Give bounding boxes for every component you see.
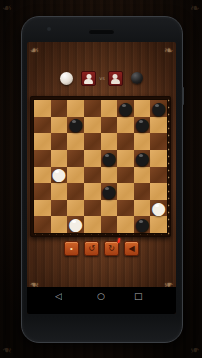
- board-square[interactable]: ●: [51, 167, 68, 184]
- board-square[interactable]: [117, 167, 134, 184]
- earpiece-speaker: [89, 29, 114, 34]
- board-square[interactable]: [84, 117, 101, 134]
- wallpaper-ornament-icon: ❧: [190, 2, 200, 14]
- board-square[interactable]: [150, 150, 167, 167]
- board-square[interactable]: [67, 133, 84, 150]
- black-piece[interactable]: ●: [152, 102, 165, 115]
- board-square[interactable]: [51, 183, 68, 200]
- board-square[interactable]: [34, 100, 51, 117]
- screen-corner-ornament-icon: ❧: [164, 45, 173, 56]
- undo-button[interactable]: ↺: [84, 241, 99, 256]
- control-button-row: •↺↻◀: [27, 241, 176, 256]
- board-square[interactable]: ●: [101, 150, 118, 167]
- phone-frame: ❧ ❧ ❧ ❧ vs ●●●●●●●●●●● •↺↻◀ ◁: [21, 16, 183, 343]
- notification-badge: [117, 238, 120, 243]
- board-square[interactable]: ●: [150, 200, 167, 217]
- black-piece[interactable]: ●: [136, 152, 149, 165]
- board-square[interactable]: [101, 117, 118, 134]
- nav-back-icon[interactable]: ◁: [55, 292, 62, 301]
- player2-person-icon: [113, 74, 118, 79]
- board-square[interactable]: [67, 167, 84, 184]
- piece-glyph: ●: [118, 102, 133, 115]
- board-frame: ●●●●●●●●●●●: [30, 96, 171, 237]
- app-screen: ❧ ❧ ❧ ❧ vs ●●●●●●●●●●● •↺↻◀ ◁: [27, 42, 176, 314]
- wallpaper-ornament-icon: ❧: [2, 344, 12, 356]
- piece-glyph: ●: [135, 152, 150, 165]
- board-square[interactable]: [34, 117, 51, 134]
- black-piece[interactable]: ●: [119, 102, 132, 115]
- back-icon: ◀: [128, 245, 134, 253]
- board-square[interactable]: [117, 117, 134, 134]
- piece-glyph: ●: [101, 185, 116, 198]
- vs-label: vs: [99, 75, 105, 81]
- board-square[interactable]: [84, 216, 101, 233]
- board-square[interactable]: [34, 150, 51, 167]
- board-square[interactable]: [117, 216, 134, 233]
- android-nav-bar: ◁ ○ □: [27, 287, 176, 314]
- piece-glyph: ●: [68, 118, 83, 131]
- player2-tile: [108, 71, 123, 86]
- power-button[interactable]: [182, 87, 184, 105]
- board-square[interactable]: [34, 167, 51, 184]
- black-piece[interactable]: ●: [136, 118, 149, 131]
- board-square[interactable]: [84, 183, 101, 200]
- piece-glyph: ●: [151, 102, 166, 115]
- board-square[interactable]: [84, 167, 101, 184]
- board-square[interactable]: [117, 183, 134, 200]
- screen-corner-ornament-icon: ❧: [30, 45, 39, 56]
- board-square[interactable]: [150, 133, 167, 150]
- board-square[interactable]: ●: [101, 183, 118, 200]
- black-piece[interactable]: ●: [69, 118, 82, 131]
- wallpaper-ornament-icon: ❧: [2, 2, 12, 14]
- back-button[interactable]: ◀: [124, 241, 139, 256]
- checkers-board: ●●●●●●●●●●●: [34, 100, 167, 233]
- board-square[interactable]: [51, 216, 68, 233]
- board-square[interactable]: [150, 117, 167, 134]
- board-square[interactable]: [84, 200, 101, 217]
- undo-icon: ↺: [88, 245, 95, 253]
- black-piece[interactable]: ●: [102, 152, 115, 165]
- wallpaper-ornament-icon: ❧: [190, 344, 200, 356]
- board-square[interactable]: [101, 200, 118, 217]
- piece-glyph: ●: [151, 202, 166, 215]
- board-square[interactable]: [150, 216, 167, 233]
- board-square[interactable]: [34, 183, 51, 200]
- white-checker-indicator: [60, 72, 73, 85]
- redo-button[interactable]: ↻: [104, 241, 119, 256]
- board-square[interactable]: ●: [67, 117, 84, 134]
- piece-glyph: ●: [101, 152, 116, 165]
- board-square[interactable]: [117, 133, 134, 150]
- player1-tile: [81, 71, 96, 86]
- board-square[interactable]: [34, 133, 51, 150]
- wallpaper: ❧ ❧ ❧ ❧ ❧ ❧ ❧ ❧ vs ●●●●●●●●●●●: [0, 0, 202, 358]
- board-square[interactable]: ●: [134, 150, 151, 167]
- board-square[interactable]: [134, 167, 151, 184]
- black-piece[interactable]: ●: [102, 185, 115, 198]
- nav-home-icon[interactable]: ○: [97, 292, 105, 301]
- piece-glyph: ●: [135, 218, 150, 231]
- white-piece[interactable]: ●: [69, 218, 82, 231]
- front-camera-icon: [47, 27, 51, 31]
- hint-button[interactable]: •: [64, 241, 79, 256]
- board-square[interactable]: [34, 200, 51, 217]
- board-square[interactable]: [84, 133, 101, 150]
- board-square[interactable]: [51, 133, 68, 150]
- score-header: vs: [27, 69, 176, 87]
- board-square[interactable]: [84, 100, 101, 117]
- board-square[interactable]: [67, 183, 84, 200]
- white-piece[interactable]: ●: [52, 168, 65, 181]
- board-square[interactable]: [67, 150, 84, 167]
- black-piece[interactable]: ●: [136, 218, 149, 231]
- board-square[interactable]: [51, 200, 68, 217]
- board-square[interactable]: [84, 150, 101, 167]
- redo-icon: ↻: [108, 245, 115, 253]
- piece-glyph: ●: [135, 118, 150, 131]
- board-square[interactable]: [101, 100, 118, 117]
- piece-glyph: ●: [52, 168, 67, 181]
- board-square[interactable]: [134, 183, 151, 200]
- board-square[interactable]: [101, 216, 118, 233]
- hint-icon: •: [70, 245, 73, 253]
- white-piece[interactable]: ●: [152, 202, 165, 215]
- board-square[interactable]: ●: [67, 216, 84, 233]
- piece-glyph: ●: [68, 218, 83, 231]
- black-checker-indicator: [131, 72, 143, 84]
- board-square[interactable]: [117, 200, 134, 217]
- nav-recents-icon[interactable]: □: [134, 292, 143, 301]
- board-square[interactable]: [51, 100, 68, 117]
- board-square[interactable]: ●: [134, 216, 151, 233]
- board-square[interactable]: ●: [117, 100, 134, 117]
- board-square[interactable]: [34, 216, 51, 233]
- board-square[interactable]: ●: [134, 117, 151, 134]
- player1-person-icon: [86, 74, 91, 79]
- board-square[interactable]: [117, 150, 134, 167]
- board-square[interactable]: ●: [150, 100, 167, 117]
- board-square[interactable]: [51, 117, 68, 134]
- board-square[interactable]: [150, 167, 167, 184]
